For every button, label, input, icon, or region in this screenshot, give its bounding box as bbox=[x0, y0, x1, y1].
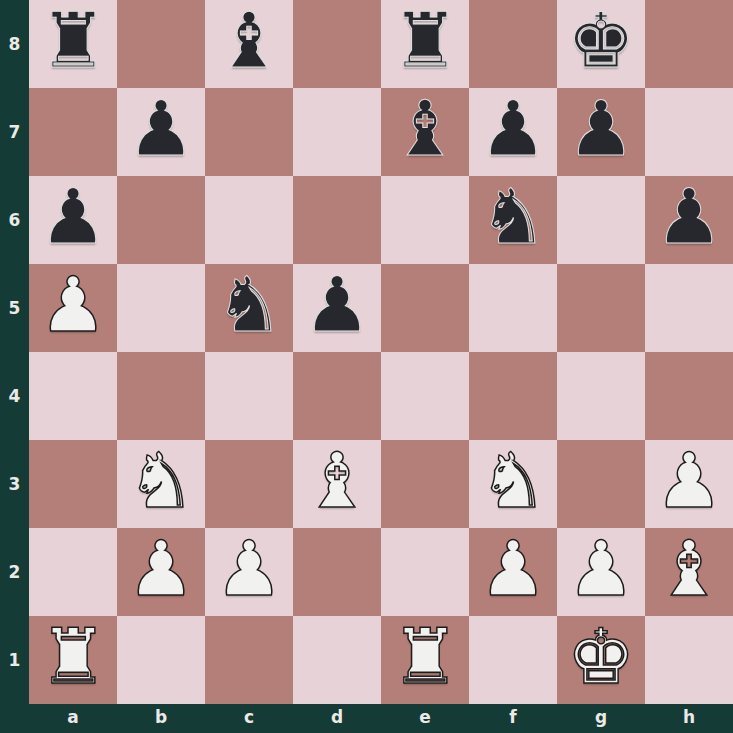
piece-white-pawn[interactable]: ♟ bbox=[215, 531, 283, 607]
square-h3[interactable]: ♟ bbox=[645, 440, 733, 528]
rank-label-2: 2 bbox=[0, 528, 29, 616]
square-g7[interactable]: ♟ bbox=[557, 88, 645, 176]
square-a8[interactable]: ♜ bbox=[29, 0, 117, 88]
square-d7[interactable] bbox=[293, 88, 381, 176]
file-label-g: g bbox=[557, 704, 645, 733]
square-a7[interactable] bbox=[29, 88, 117, 176]
square-h2[interactable]: ♝ bbox=[645, 528, 733, 616]
piece-black-bishop[interactable]: ♝ bbox=[391, 91, 459, 167]
file-label-b: b bbox=[117, 704, 205, 733]
square-g8[interactable]: ♚ bbox=[557, 0, 645, 88]
square-d2[interactable] bbox=[293, 528, 381, 616]
square-a4[interactable] bbox=[29, 352, 117, 440]
square-d8[interactable] bbox=[293, 0, 381, 88]
square-e6[interactable] bbox=[381, 176, 469, 264]
square-h5[interactable] bbox=[645, 264, 733, 352]
square-c1[interactable] bbox=[205, 616, 293, 704]
square-f8[interactable] bbox=[469, 0, 557, 88]
square-b6[interactable] bbox=[117, 176, 205, 264]
square-c7[interactable] bbox=[205, 88, 293, 176]
piece-black-pawn[interactable]: ♟ bbox=[567, 91, 635, 167]
chess-board[interactable]: ♜♝♜♚♟♝♟♟♟♞♟♟♞♟♞♝♞♟♟♟♟♟♝♜♜♚ bbox=[29, 0, 733, 704]
square-c4[interactable] bbox=[205, 352, 293, 440]
square-d1[interactable] bbox=[293, 616, 381, 704]
square-f1[interactable] bbox=[469, 616, 557, 704]
file-label-h: h bbox=[645, 704, 733, 733]
square-g4[interactable] bbox=[557, 352, 645, 440]
piece-black-king[interactable]: ♚ bbox=[567, 3, 635, 79]
chess-board-frame: 87654321 ♜♝♜♚♟♝♟♟♟♞♟♟♞♟♞♝♞♟♟♟♟♟♝♜♜♚ abcd… bbox=[0, 0, 733, 733]
rank-label-3: 3 bbox=[0, 440, 29, 528]
square-e5[interactable] bbox=[381, 264, 469, 352]
square-d3[interactable]: ♝ bbox=[293, 440, 381, 528]
rank-label-7: 7 bbox=[0, 88, 29, 176]
piece-black-rook[interactable]: ♜ bbox=[39, 3, 107, 79]
file-label-e: e bbox=[381, 704, 469, 733]
square-h8[interactable] bbox=[645, 0, 733, 88]
square-a3[interactable] bbox=[29, 440, 117, 528]
piece-white-bishop[interactable]: ♝ bbox=[303, 443, 371, 519]
square-h4[interactable] bbox=[645, 352, 733, 440]
square-h6[interactable]: ♟ bbox=[645, 176, 733, 264]
square-d5[interactable]: ♟ bbox=[293, 264, 381, 352]
square-f6[interactable]: ♞ bbox=[469, 176, 557, 264]
square-c3[interactable] bbox=[205, 440, 293, 528]
piece-black-pawn[interactable]: ♟ bbox=[303, 267, 371, 343]
square-h1[interactable] bbox=[645, 616, 733, 704]
square-e7[interactable]: ♝ bbox=[381, 88, 469, 176]
rank-labels: 87654321 bbox=[0, 0, 29, 704]
piece-white-knight[interactable]: ♞ bbox=[127, 443, 195, 519]
square-g5[interactable] bbox=[557, 264, 645, 352]
piece-white-rook[interactable]: ♜ bbox=[391, 619, 459, 695]
square-e2[interactable] bbox=[381, 528, 469, 616]
square-e4[interactable] bbox=[381, 352, 469, 440]
piece-white-pawn[interactable]: ♟ bbox=[127, 531, 195, 607]
piece-white-bishop[interactable]: ♝ bbox=[655, 531, 723, 607]
rank-label-1: 1 bbox=[0, 616, 29, 704]
square-g2[interactable]: ♟ bbox=[557, 528, 645, 616]
piece-black-bishop[interactable]: ♝ bbox=[215, 3, 283, 79]
piece-white-rook[interactable]: ♜ bbox=[39, 619, 107, 695]
square-c8[interactable]: ♝ bbox=[205, 0, 293, 88]
piece-white-pawn[interactable]: ♟ bbox=[655, 443, 723, 519]
square-b1[interactable] bbox=[117, 616, 205, 704]
square-f2[interactable]: ♟ bbox=[469, 528, 557, 616]
square-e1[interactable]: ♜ bbox=[381, 616, 469, 704]
square-a2[interactable] bbox=[29, 528, 117, 616]
rank-label-4: 4 bbox=[0, 352, 29, 440]
square-b2[interactable]: ♟ bbox=[117, 528, 205, 616]
rank-label-6: 6 bbox=[0, 176, 29, 264]
square-d6[interactable] bbox=[293, 176, 381, 264]
piece-black-rook[interactable]: ♜ bbox=[391, 3, 459, 79]
piece-white-pawn[interactable]: ♟ bbox=[479, 531, 547, 607]
square-c6[interactable] bbox=[205, 176, 293, 264]
piece-black-knight[interactable]: ♞ bbox=[479, 179, 547, 255]
square-a5[interactable]: ♟ bbox=[29, 264, 117, 352]
square-e8[interactable]: ♜ bbox=[381, 0, 469, 88]
piece-black-pawn[interactable]: ♟ bbox=[479, 91, 547, 167]
square-d4[interactable] bbox=[293, 352, 381, 440]
square-b4[interactable] bbox=[117, 352, 205, 440]
square-b7[interactable]: ♟ bbox=[117, 88, 205, 176]
square-f3[interactable]: ♞ bbox=[469, 440, 557, 528]
piece-black-knight[interactable]: ♞ bbox=[215, 267, 283, 343]
file-label-d: d bbox=[293, 704, 381, 733]
square-b3[interactable]: ♞ bbox=[117, 440, 205, 528]
square-e3[interactable] bbox=[381, 440, 469, 528]
file-label-f: f bbox=[469, 704, 557, 733]
square-b5[interactable] bbox=[117, 264, 205, 352]
square-h7[interactable] bbox=[645, 88, 733, 176]
square-f7[interactable]: ♟ bbox=[469, 88, 557, 176]
piece-white-king[interactable]: ♚ bbox=[567, 619, 635, 695]
square-f5[interactable] bbox=[469, 264, 557, 352]
piece-white-knight[interactable]: ♞ bbox=[479, 443, 547, 519]
piece-black-pawn[interactable]: ♟ bbox=[127, 91, 195, 167]
rank-label-5: 5 bbox=[0, 264, 29, 352]
file-label-c: c bbox=[205, 704, 293, 733]
square-f4[interactable] bbox=[469, 352, 557, 440]
piece-black-pawn[interactable]: ♟ bbox=[655, 179, 723, 255]
square-c5[interactable]: ♞ bbox=[205, 264, 293, 352]
square-b8[interactable] bbox=[117, 0, 205, 88]
piece-white-pawn[interactable]: ♟ bbox=[567, 531, 635, 607]
rank-label-8: 8 bbox=[0, 0, 29, 88]
square-a1[interactable]: ♜ bbox=[29, 616, 117, 704]
square-g3[interactable] bbox=[557, 440, 645, 528]
piece-white-pawn[interactable]: ♟ bbox=[39, 267, 107, 343]
square-c2[interactable]: ♟ bbox=[205, 528, 293, 616]
file-label-a: a bbox=[29, 704, 117, 733]
square-g1[interactable]: ♚ bbox=[557, 616, 645, 704]
square-g6[interactable] bbox=[557, 176, 645, 264]
square-a6[interactable]: ♟ bbox=[29, 176, 117, 264]
file-labels: abcdefgh bbox=[29, 704, 733, 733]
piece-black-pawn[interactable]: ♟ bbox=[39, 179, 107, 255]
